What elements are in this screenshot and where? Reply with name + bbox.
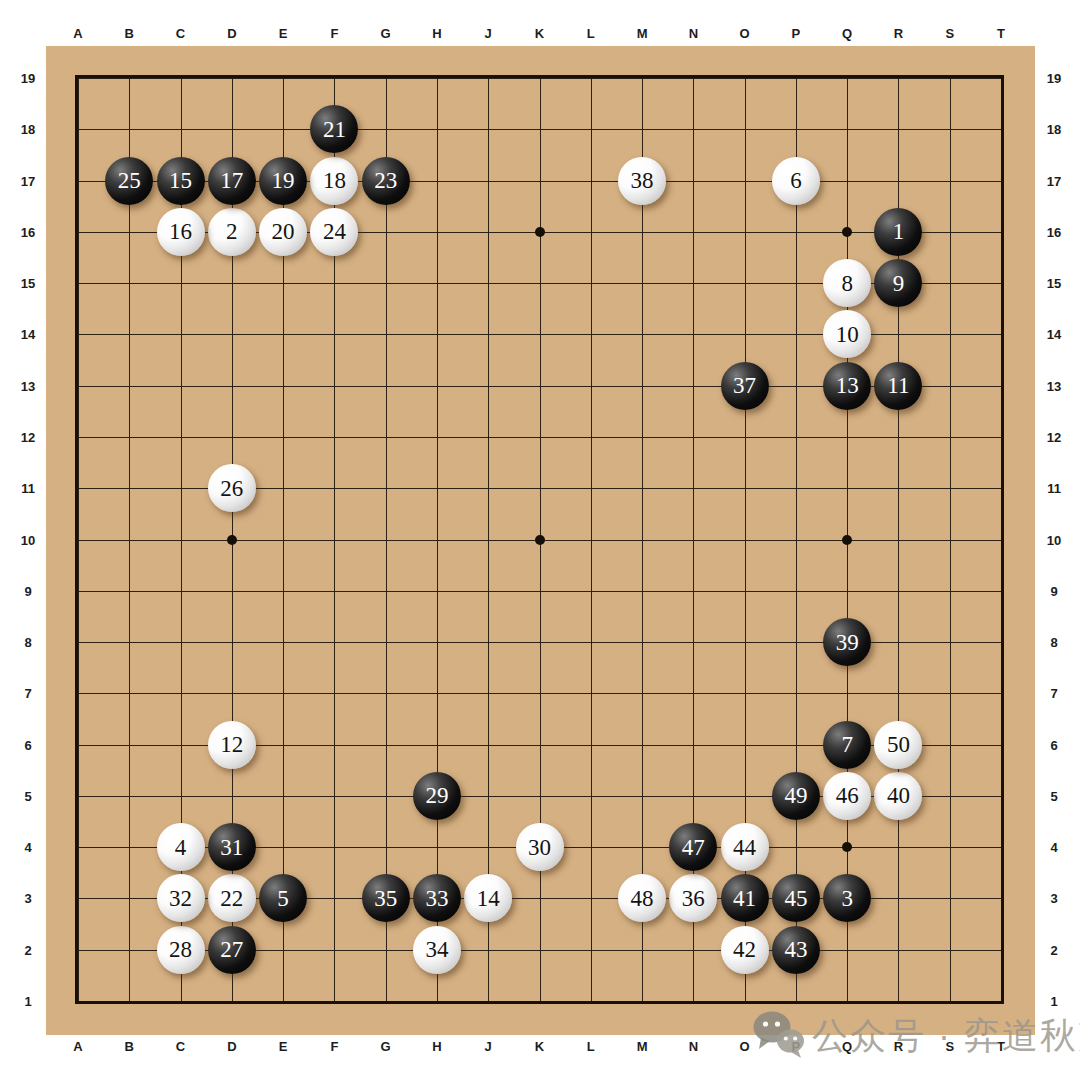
grid-cell <box>488 437 539 488</box>
grid-cell <box>540 437 591 488</box>
grid-cell <box>386 283 437 334</box>
white-stone-34-H2: 34 <box>413 926 461 974</box>
white-stone-44-O4: 44 <box>721 823 769 871</box>
grid-cell <box>591 488 642 539</box>
grid-cell <box>386 693 437 744</box>
white-stone-22-D3: 22 <box>208 874 256 922</box>
white-stone-50-R6: 50 <box>874 721 922 769</box>
move-number: 5 <box>277 887 289 910</box>
column-label-bottom-J: J <box>485 1039 492 1054</box>
grid-cell <box>283 540 334 591</box>
grid-cell <box>847 129 898 180</box>
grid-cell <box>642 78 693 129</box>
grid-cell <box>129 78 180 129</box>
move-number: 39 <box>836 631 859 654</box>
grid-cell <box>78 898 129 949</box>
grid-cell <box>693 232 744 283</box>
grid-cell <box>129 642 180 693</box>
grid-cell <box>283 591 334 642</box>
black-stone-17-D17: 17 <box>208 157 256 205</box>
white-stone-40-R5: 40 <box>874 772 922 820</box>
row-label-right-1: 1 <box>1050 994 1057 1009</box>
black-stone-45-P3: 45 <box>772 874 820 922</box>
grid-cell <box>437 642 488 693</box>
grid-cell <box>950 488 1001 539</box>
grid-cell <box>898 129 949 180</box>
black-stone-5-E3: 5 <box>259 874 307 922</box>
grid-cell <box>591 796 642 847</box>
move-number: 32 <box>169 887 192 910</box>
grid-cell <box>488 283 539 334</box>
black-stone-23-G17: 23 <box>362 157 410 205</box>
row-label-left-1: 1 <box>24 994 31 1009</box>
grid-cell <box>898 591 949 642</box>
grid-cell <box>540 693 591 744</box>
grid-cell <box>488 693 539 744</box>
grid-cell <box>232 591 283 642</box>
white-stone-48-M3: 48 <box>618 874 666 922</box>
grid-cell <box>334 950 385 1001</box>
black-stone-39-Q8: 39 <box>823 618 871 666</box>
grid-cell <box>334 540 385 591</box>
grid-cell <box>181 78 232 129</box>
move-number: 20 <box>272 220 295 243</box>
grid-cell <box>232 334 283 385</box>
move-number: 38 <box>631 169 654 192</box>
row-label-left-18: 18 <box>21 122 35 137</box>
grid-cell <box>898 78 949 129</box>
grid-cell <box>591 642 642 693</box>
star-point-K10 <box>535 535 545 545</box>
column-label-top-C: C <box>176 26 185 41</box>
grid-cell <box>129 540 180 591</box>
star-point-Q10 <box>842 535 852 545</box>
grid-cell <box>642 437 693 488</box>
grid-cell <box>950 745 1001 796</box>
row-label-left-9: 9 <box>24 583 31 598</box>
row-label-right-19: 19 <box>1047 71 1061 86</box>
grid-cell <box>232 386 283 437</box>
row-label-right-11: 11 <box>1047 481 1061 496</box>
column-label-top-O: O <box>740 26 750 41</box>
row-label-left-2: 2 <box>24 942 31 957</box>
column-label-bottom-G: G <box>381 1039 391 1054</box>
grid-cell <box>950 796 1001 847</box>
grid-cell <box>796 437 847 488</box>
black-stone-31-D4: 31 <box>208 823 256 871</box>
row-label-left-8: 8 <box>24 635 31 650</box>
grid-cell <box>334 283 385 334</box>
black-stone-19-E17: 19 <box>259 157 307 205</box>
move-number: 34 <box>425 938 448 961</box>
move-number: 16 <box>169 220 192 243</box>
row-label-right-14: 14 <box>1047 327 1061 342</box>
grid-cell <box>488 386 539 437</box>
column-label-top-E: E <box>279 26 288 41</box>
grid-cell <box>488 950 539 1001</box>
grid-cell <box>540 283 591 334</box>
grid-cell <box>232 642 283 693</box>
grid-cell <box>898 950 949 1001</box>
move-number: 4 <box>175 836 187 859</box>
move-number: 31 <box>220 836 243 859</box>
move-number: 12 <box>220 733 243 756</box>
white-stone-16-C16: 16 <box>157 208 205 256</box>
grid-cell <box>950 334 1001 385</box>
grid-cell <box>488 591 539 642</box>
star-point-Q4 <box>842 842 852 852</box>
move-number: 37 <box>733 374 756 397</box>
row-label-right-4: 4 <box>1050 840 1057 855</box>
grid-cell <box>437 591 488 642</box>
grid-cell <box>950 232 1001 283</box>
grid-cell <box>437 129 488 180</box>
grid-cell <box>78 796 129 847</box>
row-label-right-6: 6 <box>1050 737 1057 752</box>
grid-cell <box>283 693 334 744</box>
move-number: 23 <box>374 169 397 192</box>
grid-cell <box>334 642 385 693</box>
black-stone-3-Q3: 3 <box>823 874 871 922</box>
white-stone-8-Q15: 8 <box>823 259 871 307</box>
grid-cell <box>591 540 642 591</box>
grid-cell <box>745 591 796 642</box>
grid-cell <box>437 693 488 744</box>
row-label-right-15: 15 <box>1047 276 1061 291</box>
move-number: 36 <box>682 887 705 910</box>
move-number: 22 <box>220 887 243 910</box>
grid-cell <box>129 283 180 334</box>
grid-cell <box>488 129 539 180</box>
grid-cell <box>847 437 898 488</box>
white-stone-12-D6: 12 <box>208 721 256 769</box>
grid-cell <box>437 232 488 283</box>
grid-cell <box>642 693 693 744</box>
move-number: 3 <box>841 887 853 910</box>
grid-cell <box>745 693 796 744</box>
grid-cell <box>693 181 744 232</box>
grid-cell <box>540 591 591 642</box>
grid-cell <box>642 745 693 796</box>
row-label-right-7: 7 <box>1050 686 1057 701</box>
move-number: 1 <box>893 220 905 243</box>
grid-cell <box>540 232 591 283</box>
grid-cell <box>540 334 591 385</box>
column-label-bottom-K: K <box>535 1039 544 1054</box>
move-number: 33 <box>425 887 448 910</box>
grid-cell <box>488 334 539 385</box>
grid-cell <box>745 78 796 129</box>
grid-cell <box>950 898 1001 949</box>
grid-cell <box>78 78 129 129</box>
grid-cell <box>437 386 488 437</box>
grid-cell <box>898 898 949 949</box>
grid-cell <box>745 540 796 591</box>
grid-cell <box>283 796 334 847</box>
column-label-bottom-F: F <box>330 1039 338 1054</box>
grid-cell <box>591 386 642 437</box>
grid-cell <box>129 334 180 385</box>
row-label-right-17: 17 <box>1047 173 1061 188</box>
grid-cell <box>334 386 385 437</box>
row-label-left-5: 5 <box>24 788 31 803</box>
column-label-top-B: B <box>125 26 134 41</box>
black-stone-29-H5: 29 <box>413 772 461 820</box>
grid-cell <box>950 437 1001 488</box>
move-number: 26 <box>220 477 243 500</box>
grid-cell <box>129 437 180 488</box>
grid-cell <box>232 78 283 129</box>
grid-cell <box>591 693 642 744</box>
move-number: 25 <box>118 169 141 192</box>
grid-cell <box>540 488 591 539</box>
grid-cell <box>488 642 539 693</box>
column-label-top-S: S <box>945 26 954 41</box>
grid-cell <box>693 642 744 693</box>
grid-cell <box>437 540 488 591</box>
grid-cell <box>796 488 847 539</box>
row-label-right-13: 13 <box>1047 378 1061 393</box>
white-stone-6-P17: 6 <box>772 157 820 205</box>
grid-cell <box>642 232 693 283</box>
grid-cell <box>386 334 437 385</box>
row-label-left-4: 4 <box>24 840 31 855</box>
column-label-bottom-B: B <box>125 1039 134 1054</box>
grid-cell <box>437 488 488 539</box>
grid-cell <box>488 232 539 283</box>
grid-cell <box>591 437 642 488</box>
column-label-top-T: T <box>997 26 1005 41</box>
grid-cell <box>488 745 539 796</box>
row-label-right-16: 16 <box>1047 224 1061 239</box>
grid-cell <box>540 540 591 591</box>
column-label-bottom-S: S <box>945 1039 954 1054</box>
grid-cell <box>950 181 1001 232</box>
grid-cell <box>642 386 693 437</box>
grid-cell <box>78 283 129 334</box>
move-number: 2 <box>226 220 238 243</box>
grid-cell <box>386 591 437 642</box>
black-stone-27-D2: 27 <box>208 926 256 974</box>
move-number: 44 <box>733 836 756 859</box>
row-label-left-7: 7 <box>24 686 31 701</box>
move-number: 46 <box>836 784 859 807</box>
grid-cell <box>591 283 642 334</box>
grid-cell <box>950 540 1001 591</box>
grid-cell <box>591 745 642 796</box>
grid-cell <box>950 129 1001 180</box>
grid-cell <box>283 488 334 539</box>
grid-cell <box>540 129 591 180</box>
column-label-top-F: F <box>330 26 338 41</box>
grid-cell <box>950 386 1001 437</box>
row-label-left-14: 14 <box>21 327 35 342</box>
grid-cell <box>488 181 539 232</box>
grid-cell <box>78 488 129 539</box>
grid-cell <box>129 488 180 539</box>
grid-cell <box>283 950 334 1001</box>
grid-cell <box>745 437 796 488</box>
row-label-left-13: 13 <box>21 378 35 393</box>
move-number: 7 <box>841 733 853 756</box>
grid-cell <box>642 334 693 385</box>
grid-cell <box>950 591 1001 642</box>
grid-cell <box>540 745 591 796</box>
white-stone-4-C4: 4 <box>157 823 205 871</box>
black-stone-41-O3: 41 <box>721 874 769 922</box>
move-number: 19 <box>272 169 295 192</box>
grid-cell <box>488 78 539 129</box>
star-point-Q16 <box>842 227 852 237</box>
grid-cell <box>488 540 539 591</box>
grid-cell <box>950 642 1001 693</box>
column-label-bottom-D: D <box>227 1039 236 1054</box>
grid-cell <box>540 898 591 949</box>
row-label-right-8: 8 <box>1050 635 1057 650</box>
grid-cell <box>283 642 334 693</box>
black-stone-43-P2: 43 <box>772 926 820 974</box>
grid-cell <box>540 181 591 232</box>
grid-cell <box>847 488 898 539</box>
grid-cell <box>78 386 129 437</box>
black-stone-1-R16: 1 <box>874 208 922 256</box>
column-label-top-P: P <box>792 26 801 41</box>
move-number: 27 <box>220 938 243 961</box>
row-label-left-12: 12 <box>21 429 35 444</box>
grid-cell <box>78 847 129 898</box>
grid-cell <box>898 642 949 693</box>
move-number: 21 <box>323 118 346 141</box>
grid-cell <box>847 78 898 129</box>
black-stone-15-C17: 15 <box>157 157 205 205</box>
grid-cell <box>283 437 334 488</box>
move-number: 49 <box>784 784 807 807</box>
grid-cell <box>129 386 180 437</box>
white-stone-42-O2: 42 <box>721 926 769 974</box>
row-label-right-3: 3 <box>1050 891 1057 906</box>
white-stone-46-Q5: 46 <box>823 772 871 820</box>
row-label-right-9: 9 <box>1050 583 1057 598</box>
move-number: 13 <box>836 374 859 397</box>
white-stone-38-M17: 38 <box>618 157 666 205</box>
grid-cell <box>796 78 847 129</box>
grid-cell <box>847 950 898 1001</box>
row-label-right-12: 12 <box>1047 429 1061 444</box>
grid-cell <box>642 488 693 539</box>
grid-cell <box>334 437 385 488</box>
move-number: 40 <box>887 784 910 807</box>
grid-cell <box>283 745 334 796</box>
grid-cell <box>181 540 232 591</box>
black-stone-13-Q13: 13 <box>823 362 871 410</box>
grid-cell <box>437 78 488 129</box>
move-number: 14 <box>477 887 500 910</box>
grid-cell <box>129 693 180 744</box>
move-number: 30 <box>528 836 551 859</box>
column-label-bottom-M: M <box>637 1039 648 1054</box>
move-number: 6 <box>790 169 802 192</box>
grid-cell <box>540 642 591 693</box>
go-diagram: 1234567891011121314151617181920212223242… <box>0 0 1080 1080</box>
column-label-top-J: J <box>485 26 492 41</box>
white-stone-32-C3: 32 <box>157 874 205 922</box>
column-label-top-M: M <box>637 26 648 41</box>
grid-cell <box>693 591 744 642</box>
column-label-top-A: A <box>73 26 82 41</box>
column-label-top-G: G <box>381 26 391 41</box>
black-stone-11-R13: 11 <box>874 362 922 410</box>
column-label-top-L: L <box>587 26 595 41</box>
grid-cell <box>386 437 437 488</box>
row-label-right-10: 10 <box>1047 532 1061 547</box>
black-stone-7-Q6: 7 <box>823 721 871 769</box>
white-stone-24-F16: 24 <box>310 208 358 256</box>
grid-cell <box>591 78 642 129</box>
grid-cell <box>591 950 642 1001</box>
move-number: 42 <box>733 938 756 961</box>
grid-cell <box>386 78 437 129</box>
grid-cell <box>693 693 744 744</box>
white-stone-36-N3: 36 <box>669 874 717 922</box>
grid-cell <box>334 796 385 847</box>
grid-cell <box>693 540 744 591</box>
move-number: 11 <box>887 374 909 397</box>
grid-cell <box>693 488 744 539</box>
column-label-top-D: D <box>227 26 236 41</box>
column-label-bottom-H: H <box>432 1039 441 1054</box>
grid-cell <box>950 847 1001 898</box>
row-label-left-19: 19 <box>21 71 35 86</box>
move-number: 41 <box>733 887 756 910</box>
grid-cell <box>898 488 949 539</box>
move-number: 17 <box>220 169 243 192</box>
move-number: 9 <box>893 272 905 295</box>
grid-cell <box>129 591 180 642</box>
black-stone-21-F18: 21 <box>310 105 358 153</box>
column-label-top-Q: Q <box>842 26 852 41</box>
column-label-bottom-L: L <box>587 1039 595 1054</box>
grid-cell <box>693 283 744 334</box>
grid-cell <box>283 283 334 334</box>
grid-cell <box>386 540 437 591</box>
white-stone-30-K4: 30 <box>516 823 564 871</box>
white-stone-20-E16: 20 <box>259 208 307 256</box>
column-label-bottom-E: E <box>279 1039 288 1054</box>
grid-cell <box>78 540 129 591</box>
column-label-bottom-T: T <box>997 1039 1005 1054</box>
move-number: 50 <box>887 733 910 756</box>
move-number: 29 <box>425 784 448 807</box>
grid-cell <box>898 847 949 898</box>
move-number: 47 <box>682 836 705 859</box>
grid-cell <box>386 386 437 437</box>
move-number: 45 <box>784 887 807 910</box>
black-stone-33-H3: 33 <box>413 874 461 922</box>
column-label-bottom-A: A <box>73 1039 82 1054</box>
grid-cell <box>181 642 232 693</box>
column-label-bottom-C: C <box>176 1039 185 1054</box>
white-stone-2-D16: 2 <box>208 208 256 256</box>
grid-cell <box>334 488 385 539</box>
black-stone-47-N4: 47 <box>669 823 717 871</box>
move-number: 8 <box>841 272 853 295</box>
grid-cell <box>78 437 129 488</box>
black-stone-25-B17: 25 <box>105 157 153 205</box>
grid-cell <box>693 437 744 488</box>
row-label-left-11: 11 <box>21 481 35 496</box>
grid-cell <box>693 78 744 129</box>
grid-cell <box>642 283 693 334</box>
